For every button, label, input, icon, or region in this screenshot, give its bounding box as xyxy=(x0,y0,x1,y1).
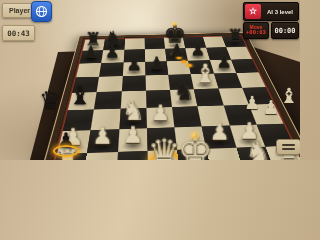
square-b4[interactable] xyxy=(94,91,121,109)
captured-white-pawn: ♟ xyxy=(262,98,279,117)
opponent-name-label: AI 3 level xyxy=(262,9,298,15)
square-c1[interactable] xyxy=(116,151,148,160)
hamburger-menu-button[interactable] xyxy=(276,139,300,155)
piece-black-pawn-e7[interactable]: ♟ xyxy=(169,42,184,59)
square-e6[interactable] xyxy=(167,61,191,75)
piece-white-knight-g1[interactable]: ♞ xyxy=(244,138,271,160)
captured-black-bishop: ♝ xyxy=(68,82,91,108)
square-e4[interactable]: ♞ xyxy=(170,89,198,107)
hamburger-menu-icon xyxy=(282,144,295,146)
online-play-button[interactable] xyxy=(31,1,52,22)
square-d3[interactable]: ♟ xyxy=(146,107,174,128)
square-d1[interactable]: ♛ xyxy=(147,150,180,160)
piece-black-pawn-c6[interactable]: ♟ xyxy=(126,55,142,73)
square-a7[interactable]: ♟ xyxy=(80,50,104,63)
piece-black-rook-h8[interactable]: ♜ xyxy=(227,27,243,45)
move-bonus-value: +00:03 xyxy=(246,30,266,36)
square-b5[interactable] xyxy=(97,76,123,92)
square-c8[interactable] xyxy=(124,38,145,50)
opponent-name-bar: ☆ AI 3 level xyxy=(243,2,299,21)
captured-piece-highlight-ring xyxy=(53,145,79,157)
square-e1[interactable]: ♚ xyxy=(177,149,212,160)
star-badge-icon: ☆ xyxy=(245,4,261,19)
square-b7[interactable]: ♟ xyxy=(101,50,124,63)
piece-black-pawn-f7[interactable]: ♟ xyxy=(191,41,206,58)
square-d8[interactable] xyxy=(144,38,165,50)
piece-black-pawn-b7[interactable]: ♟ xyxy=(105,43,120,60)
square-e3[interactable] xyxy=(172,106,202,126)
piece-white-queen-d1[interactable]: ♛ xyxy=(147,135,180,160)
piece-white-pawn-c2[interactable]: ♟ xyxy=(122,124,143,147)
square-c5[interactable] xyxy=(121,75,145,91)
piece-white-pawn-b2[interactable]: ♟ xyxy=(92,125,113,148)
square-c2[interactable]: ♟ xyxy=(117,128,147,152)
square-c6[interactable]: ♟ xyxy=(122,62,145,76)
globe-online-icon xyxy=(35,5,48,18)
piece-black-knight-e4[interactable]: ♞ xyxy=(174,79,196,103)
opponent-timer: 00:00 xyxy=(271,22,299,39)
piece-black-pawn-d6[interactable]: ♟ xyxy=(149,55,165,73)
move-bonus-box: Move +00:03 xyxy=(243,22,269,39)
piece-white-knight-c3[interactable]: ♞ xyxy=(121,99,144,125)
square-d5[interactable] xyxy=(145,75,170,91)
captured-white-bishop: ♝ xyxy=(280,85,299,106)
piece-black-pawn-a7[interactable]: ♟ xyxy=(83,44,98,61)
last-move-trail-dot xyxy=(182,60,187,63)
piece-black-pawn-g6[interactable]: ♟ xyxy=(216,53,232,71)
captured-black-queen: ♛ xyxy=(39,88,61,112)
piece-white-bishop-f5[interactable]: ♝ xyxy=(194,60,217,86)
square-b2[interactable]: ♟ xyxy=(87,129,119,153)
last-move-trail-dot xyxy=(187,64,192,67)
square-h6[interactable] xyxy=(231,59,259,73)
player-timer: 00:43 xyxy=(2,25,35,41)
piece-white-pawn-d3[interactable]: ♟ xyxy=(151,102,170,123)
square-b1[interactable] xyxy=(83,152,117,160)
captured-white-pawn: ♟ xyxy=(244,94,260,112)
player-timer-value: 00:43 xyxy=(7,29,30,38)
opponent-timer-value: 00:00 xyxy=(274,27,295,35)
square-g1[interactable]: ♞ xyxy=(236,146,275,160)
square-b6[interactable] xyxy=(99,62,123,76)
piece-white-pawn-f2[interactable]: ♟ xyxy=(210,121,231,144)
square-h5[interactable] xyxy=(236,72,266,88)
square-a6[interactable] xyxy=(76,63,101,77)
piece-white-king-e1[interactable]: ♚ xyxy=(178,131,213,160)
square-d6[interactable]: ♟ xyxy=(145,61,168,75)
player-name-label: Player xyxy=(9,7,30,14)
square-g5[interactable] xyxy=(214,73,242,89)
square-e7[interactable]: ♟ xyxy=(165,48,188,61)
